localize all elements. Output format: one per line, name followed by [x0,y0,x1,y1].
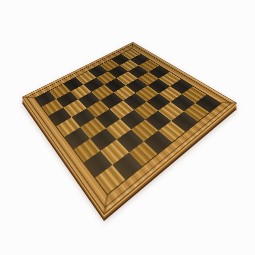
chess-board [0,0,255,255]
board-grid [34,48,222,195]
photo-background [0,0,255,255]
frame-miter-seam-top [127,42,138,48]
board-frame [22,42,237,215]
